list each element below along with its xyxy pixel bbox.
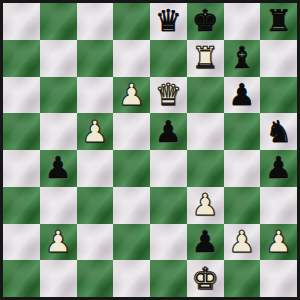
square-b3[interactable]	[40, 187, 77, 224]
square-b1[interactable]	[40, 260, 77, 297]
square-e8[interactable]: ♛	[150, 3, 187, 40]
square-d2[interactable]	[113, 224, 150, 261]
black-queen-e8: ♛	[155, 6, 182, 36]
square-h4[interactable]: ♟	[260, 150, 297, 187]
square-c4[interactable]	[77, 150, 114, 187]
square-e4[interactable]	[150, 150, 187, 187]
square-h2[interactable]: ♟	[260, 224, 297, 261]
square-a1[interactable]	[3, 260, 40, 297]
square-c7[interactable]	[77, 40, 114, 77]
square-a4[interactable]	[3, 150, 40, 187]
square-d3[interactable]	[113, 187, 150, 224]
black-pawn-e5: ♟	[155, 117, 182, 147]
square-h6[interactable]	[260, 77, 297, 114]
white-pawn-c5: ♟	[81, 117, 108, 147]
square-h7[interactable]	[260, 40, 297, 77]
white-pawn-h2: ♟	[265, 227, 292, 257]
square-g5[interactable]	[224, 113, 261, 150]
square-h8[interactable]: ♜	[260, 3, 297, 40]
square-c1[interactable]	[77, 260, 114, 297]
square-a3[interactable]	[3, 187, 40, 224]
square-a6[interactable]	[3, 77, 40, 114]
white-pawn-b2: ♟	[45, 227, 72, 257]
square-g6[interactable]: ♟	[224, 77, 261, 114]
black-pawn-h4: ♟	[265, 153, 292, 183]
square-f6[interactable]	[187, 77, 224, 114]
black-pawn-f2: ♟	[192, 227, 219, 257]
white-rook-f7: ♜	[192, 43, 219, 73]
black-rook-h8: ♜	[265, 6, 292, 36]
square-d5[interactable]	[113, 113, 150, 150]
square-a5[interactable]	[3, 113, 40, 150]
square-f2[interactable]: ♟	[187, 224, 224, 261]
square-b4[interactable]: ♟	[40, 150, 77, 187]
square-f1[interactable]: ♚	[187, 260, 224, 297]
square-b2[interactable]: ♟	[40, 224, 77, 261]
black-knight-h5: ♞	[265, 117, 292, 147]
square-f7[interactable]: ♜	[187, 40, 224, 77]
square-g7[interactable]: ♝	[224, 40, 261, 77]
square-e3[interactable]	[150, 187, 187, 224]
square-e7[interactable]	[150, 40, 187, 77]
square-a8[interactable]	[3, 3, 40, 40]
square-a2[interactable]	[3, 224, 40, 261]
white-pawn-d6: ♟	[118, 80, 145, 110]
white-pawn-g2: ♟	[228, 227, 255, 257]
square-b7[interactable]	[40, 40, 77, 77]
square-b6[interactable]	[40, 77, 77, 114]
square-c2[interactable]	[77, 224, 114, 261]
black-pawn-b4: ♟	[45, 153, 72, 183]
square-g1[interactable]	[224, 260, 261, 297]
square-b8[interactable]	[40, 3, 77, 40]
black-king-f8: ♚	[192, 6, 219, 36]
white-king-f1: ♚	[192, 264, 219, 294]
square-e2[interactable]	[150, 224, 187, 261]
square-c8[interactable]	[77, 3, 114, 40]
white-queen-e6: ♛	[155, 80, 182, 110]
square-h5[interactable]: ♞	[260, 113, 297, 150]
square-e6[interactable]: ♛	[150, 77, 187, 114]
square-h1[interactable]	[260, 260, 297, 297]
square-g2[interactable]: ♟	[224, 224, 261, 261]
square-a7[interactable]	[3, 40, 40, 77]
square-e1[interactable]	[150, 260, 187, 297]
square-h3[interactable]	[260, 187, 297, 224]
square-e5[interactable]: ♟	[150, 113, 187, 150]
square-d4[interactable]	[113, 150, 150, 187]
black-bishop-g7: ♝	[228, 43, 255, 73]
square-c6[interactable]	[77, 77, 114, 114]
chess-app: ♛♚♜♜♝♟♛♟♟♟♞♟♟♟♟♟♟♟♚	[0, 0, 300, 300]
square-f5[interactable]	[187, 113, 224, 150]
square-d7[interactable]	[113, 40, 150, 77]
square-g3[interactable]	[224, 187, 261, 224]
square-c5[interactable]: ♟	[77, 113, 114, 150]
square-d1[interactable]	[113, 260, 150, 297]
white-pawn-f3: ♟	[192, 190, 219, 220]
square-f3[interactable]: ♟	[187, 187, 224, 224]
square-b5[interactable]	[40, 113, 77, 150]
black-pawn-g6: ♟	[228, 80, 255, 110]
square-f8[interactable]: ♚	[187, 3, 224, 40]
square-c3[interactable]	[77, 187, 114, 224]
square-g8[interactable]	[224, 3, 261, 40]
square-d6[interactable]: ♟	[113, 77, 150, 114]
square-d8[interactable]	[113, 3, 150, 40]
square-g4[interactable]	[224, 150, 261, 187]
square-f4[interactable]	[187, 150, 224, 187]
chess-board: ♛♚♜♜♝♟♛♟♟♟♞♟♟♟♟♟♟♟♚	[0, 0, 300, 300]
